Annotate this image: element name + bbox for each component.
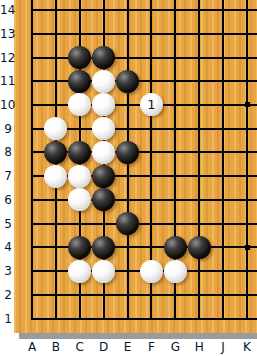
- grid-line-horizontal: [31, 80, 257, 82]
- row-label: 7: [0, 168, 12, 184]
- row-label: 4: [0, 239, 12, 255]
- stone-white[interactable]: [164, 260, 187, 283]
- stone-black[interactable]: [92, 165, 115, 188]
- stone-black[interactable]: [116, 212, 139, 235]
- column-label: K: [239, 339, 255, 355]
- row-label: 12: [0, 50, 12, 66]
- row-label: 1: [0, 311, 12, 327]
- stone-black[interactable]: [188, 236, 211, 259]
- grid-line-horizontal: [31, 246, 257, 248]
- column-label: F: [143, 339, 159, 355]
- column-label: B: [48, 339, 64, 355]
- grid-line-horizontal: [31, 294, 257, 296]
- stone-black[interactable]: [116, 141, 139, 164]
- column-label: D: [96, 339, 112, 355]
- column-label: A: [24, 339, 40, 355]
- stone-white[interactable]: [44, 165, 67, 188]
- grid-line-horizontal: [31, 223, 257, 225]
- stone-white[interactable]: [68, 165, 91, 188]
- row-label: 5: [0, 216, 12, 232]
- stone-white[interactable]: [140, 260, 163, 283]
- column-label: H: [191, 339, 207, 355]
- stone-white[interactable]: [92, 70, 115, 93]
- column-label: J: [215, 339, 231, 355]
- row-label: 9: [0, 121, 12, 137]
- grid-line-horizontal: [31, 57, 257, 59]
- stone-black[interactable]: [164, 236, 187, 259]
- star-point: [245, 102, 250, 107]
- row-label: 14: [0, 2, 12, 18]
- row-label: 2: [0, 287, 12, 303]
- row-label: 13: [0, 26, 12, 42]
- row-label: 6: [0, 192, 12, 208]
- row-label: 11: [0, 73, 12, 89]
- column-label: C: [72, 339, 88, 355]
- stone-white[interactable]: [92, 260, 115, 283]
- column-label: G: [167, 339, 183, 355]
- grid-line-horizontal: [31, 9, 257, 11]
- row-label: 10: [0, 97, 12, 113]
- row-label: 3: [0, 263, 12, 279]
- stone-black[interactable]: [68, 70, 91, 93]
- grid-line-horizontal: [31, 33, 257, 35]
- move-number-label: 1: [147, 98, 155, 111]
- stone-white[interactable]: [68, 260, 91, 283]
- column-label: E: [120, 339, 136, 355]
- stone-black[interactable]: [68, 236, 91, 259]
- go-diagram: 1 1413121110987654321ABCDEFGHJK: [0, 0, 257, 356]
- stone-black[interactable]: [92, 236, 115, 259]
- grid-line-horizontal: [31, 318, 257, 320]
- grid-line-horizontal: [31, 199, 257, 201]
- stone-white[interactable]: [92, 141, 115, 164]
- star-point: [245, 245, 250, 250]
- row-label: 8: [0, 144, 12, 160]
- stone-black[interactable]: [116, 70, 139, 93]
